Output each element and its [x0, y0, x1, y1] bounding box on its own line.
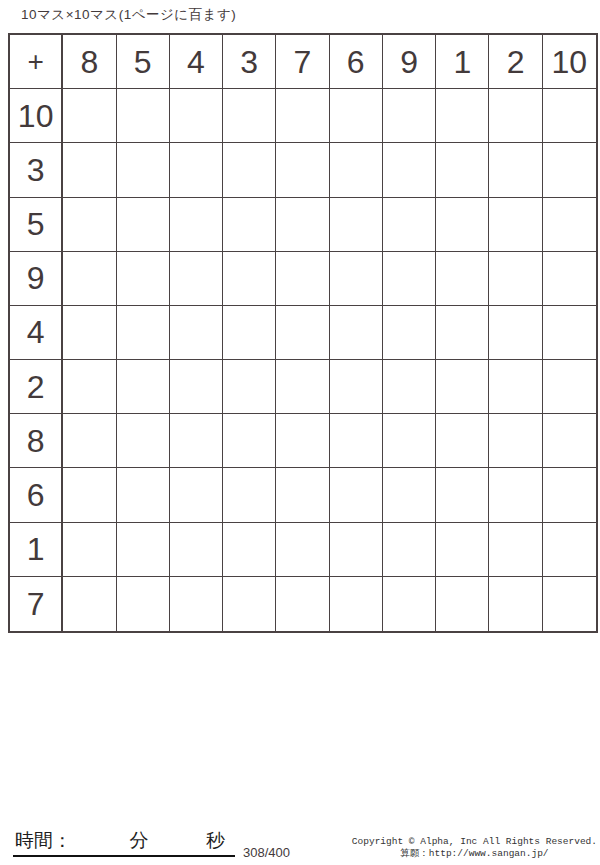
col-header-cell: 3 — [223, 35, 276, 89]
answer-cell — [383, 360, 436, 414]
answer-cell — [436, 143, 489, 197]
answer-cell — [223, 89, 276, 143]
answer-cell — [383, 252, 436, 306]
source-line: 算願：http://www.sangan.jp/ — [352, 848, 597, 860]
answer-cell — [170, 252, 223, 306]
answer-cell — [543, 414, 596, 468]
answer-cell — [383, 414, 436, 468]
answer-cell — [117, 468, 170, 522]
answer-cell — [489, 198, 542, 252]
answer-cell — [117, 577, 170, 631]
answer-cell — [276, 360, 329, 414]
answer-cell — [543, 468, 596, 522]
col-header-cell: 2 — [489, 35, 542, 89]
answer-cell — [489, 414, 542, 468]
answer-cell — [223, 306, 276, 360]
answer-cell — [489, 252, 542, 306]
answer-cell — [330, 523, 383, 577]
answer-cell — [543, 577, 596, 631]
answer-cell — [436, 414, 489, 468]
answer-cell — [383, 468, 436, 522]
col-header-cell: 8 — [63, 35, 116, 89]
answer-cell — [117, 414, 170, 468]
answer-cell — [276, 306, 329, 360]
answer-cell — [330, 143, 383, 197]
answer-cell — [63, 523, 116, 577]
answer-cell — [276, 523, 329, 577]
answer-cell — [170, 468, 223, 522]
answer-cell — [63, 468, 116, 522]
answer-cell — [170, 306, 223, 360]
answer-cell — [489, 89, 542, 143]
col-header-cell: 5 — [117, 35, 170, 89]
answer-cell — [117, 360, 170, 414]
answer-cell — [330, 198, 383, 252]
answer-cell — [63, 89, 116, 143]
answer-cell — [63, 252, 116, 306]
answer-cell — [330, 468, 383, 522]
col-header-cell: 6 — [330, 35, 383, 89]
answer-cell — [276, 89, 329, 143]
seconds-label: 秒 — [206, 828, 225, 854]
answer-cell — [383, 306, 436, 360]
hundred-square-grid: +8543769121010359428617 — [8, 33, 598, 633]
answer-cell — [63, 414, 116, 468]
answer-cell — [223, 577, 276, 631]
answer-cell — [383, 577, 436, 631]
col-header-cell: 4 — [170, 35, 223, 89]
answer-cell — [330, 414, 383, 468]
row-header-cell: 10 — [10, 89, 63, 143]
answer-cell — [489, 468, 542, 522]
answer-cell — [436, 89, 489, 143]
answer-cell — [330, 252, 383, 306]
answer-cell — [383, 523, 436, 577]
answer-cell — [276, 468, 329, 522]
answer-cell — [223, 414, 276, 468]
answer-cell — [436, 360, 489, 414]
answer-cell — [436, 306, 489, 360]
answer-cell — [223, 252, 276, 306]
answer-cell — [117, 143, 170, 197]
answer-cell — [543, 143, 596, 197]
answer-cell — [170, 577, 223, 631]
answer-cell — [276, 198, 329, 252]
row-header-cell: 8 — [10, 414, 63, 468]
answer-cell — [63, 143, 116, 197]
answer-cell — [170, 198, 223, 252]
copyright-line: Copyright © Alpha, Inc All Rights Reserv… — [352, 836, 597, 848]
row-header-cell: 4 — [10, 306, 63, 360]
col-header-cell: 7 — [276, 35, 329, 89]
answer-cell — [489, 577, 542, 631]
row-header-cell: 3 — [10, 143, 63, 197]
answer-cell — [436, 577, 489, 631]
copyright-block: Copyright © Alpha, Inc All Rights Reserv… — [352, 836, 597, 860]
minutes-label: 分 — [130, 828, 149, 854]
answer-cell — [170, 89, 223, 143]
answer-cell — [276, 252, 329, 306]
answer-cell — [170, 523, 223, 577]
answer-cell — [383, 198, 436, 252]
answer-cell — [489, 306, 542, 360]
answer-cell — [489, 360, 542, 414]
answer-cell — [543, 360, 596, 414]
answer-cell — [117, 252, 170, 306]
answer-cell — [63, 306, 116, 360]
answer-cell — [170, 360, 223, 414]
row-header-cell: 1 — [10, 523, 63, 577]
answer-cell — [63, 577, 116, 631]
answer-cell — [223, 523, 276, 577]
answer-cell — [489, 143, 542, 197]
answer-cell — [436, 198, 489, 252]
worksheet-page: 10マス×10マス(1ページに百ます) +8543769121010359428… — [0, 0, 600, 865]
col-header-cell: 9 — [383, 35, 436, 89]
time-label: 時間： — [15, 828, 72, 854]
answer-cell — [330, 577, 383, 631]
row-header-cell: 7 — [10, 577, 63, 631]
answer-cell — [117, 89, 170, 143]
answer-cell — [223, 143, 276, 197]
answer-cell — [330, 360, 383, 414]
answer-cell — [383, 143, 436, 197]
col-header-cell: 1 — [436, 35, 489, 89]
row-header-cell: 2 — [10, 360, 63, 414]
time-entry-line: 時間： 分 秒 — [13, 834, 235, 857]
answer-cell — [489, 523, 542, 577]
answer-cell — [63, 198, 116, 252]
row-header-cell: 9 — [10, 252, 63, 306]
answer-cell — [170, 414, 223, 468]
answer-cell — [436, 523, 489, 577]
answer-cell — [223, 198, 276, 252]
answer-cell — [276, 143, 329, 197]
answer-cell — [543, 198, 596, 252]
answer-cell — [117, 306, 170, 360]
answer-cell — [330, 306, 383, 360]
operator-cell: + — [10, 35, 63, 89]
answer-cell — [223, 360, 276, 414]
answer-cell — [170, 143, 223, 197]
answer-cell — [543, 252, 596, 306]
page-count: 308/400 — [243, 845, 290, 860]
answer-cell — [63, 360, 116, 414]
answer-cell — [436, 252, 489, 306]
answer-cell — [276, 414, 329, 468]
answer-cell — [436, 468, 489, 522]
answer-cell — [543, 89, 596, 143]
col-header-cell: 10 — [543, 35, 596, 89]
answer-cell — [117, 523, 170, 577]
answer-cell — [223, 468, 276, 522]
worksheet-title: 10マス×10マス(1ページに百ます) — [21, 6, 236, 24]
answer-cell — [543, 306, 596, 360]
row-header-cell: 5 — [10, 198, 63, 252]
answer-cell — [117, 198, 170, 252]
row-header-cell: 6 — [10, 468, 63, 522]
answer-cell — [543, 523, 596, 577]
answer-cell — [383, 89, 436, 143]
answer-cell — [276, 577, 329, 631]
answer-cell — [330, 89, 383, 143]
